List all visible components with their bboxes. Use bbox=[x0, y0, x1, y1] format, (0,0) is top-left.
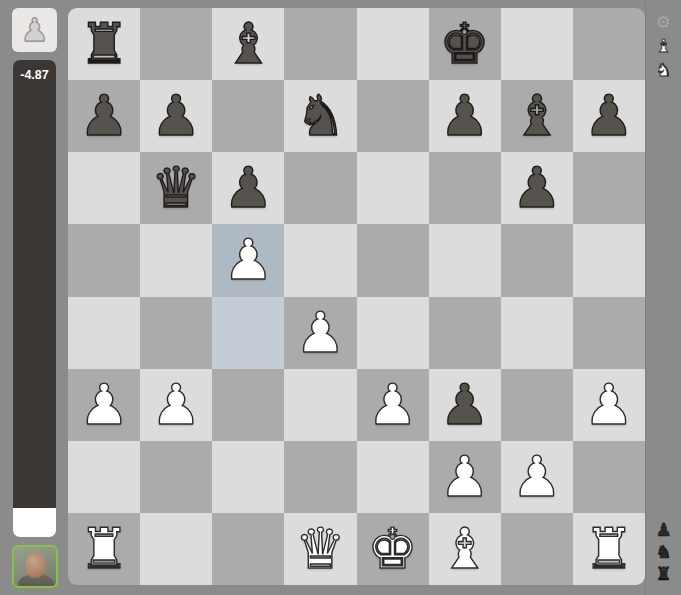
white-rook[interactable]: ♜ bbox=[584, 513, 634, 585]
captured-black-knight-icon: ♞ bbox=[655, 542, 671, 562]
white-pawn[interactable]: ♟ bbox=[584, 369, 634, 441]
gear-icon[interactable]: ⚙ bbox=[656, 12, 671, 32]
square-d5[interactable] bbox=[284, 224, 356, 296]
square-h2[interactable] bbox=[573, 441, 645, 513]
square-f6[interactable] bbox=[429, 152, 501, 224]
square-h4[interactable] bbox=[573, 297, 645, 369]
white-pawn[interactable]: ♟ bbox=[223, 224, 273, 296]
black-pawn[interactable]: ♟ bbox=[440, 369, 490, 441]
avatar-head bbox=[25, 552, 46, 578]
white-pawn[interactable]: ♟ bbox=[151, 369, 201, 441]
square-h1[interactable]: ♜ bbox=[573, 513, 645, 585]
square-e3[interactable]: ♟ bbox=[357, 369, 429, 441]
square-e4[interactable] bbox=[357, 297, 429, 369]
square-h3[interactable]: ♟ bbox=[573, 369, 645, 441]
square-b4[interactable] bbox=[140, 297, 212, 369]
square-c5[interactable]: ♟ bbox=[212, 224, 284, 296]
square-d6[interactable] bbox=[284, 152, 356, 224]
captured-white-knight-icon: ♞ bbox=[655, 60, 671, 80]
square-g7[interactable]: ♝ bbox=[501, 80, 573, 152]
square-e7[interactable] bbox=[357, 80, 429, 152]
square-b6[interactable]: ♛ bbox=[140, 152, 212, 224]
player-avatar[interactable] bbox=[12, 545, 58, 588]
square-f2[interactable]: ♟ bbox=[429, 441, 501, 513]
captured-white-bishop-icon: ♝ bbox=[655, 36, 671, 56]
square-c3[interactable] bbox=[212, 369, 284, 441]
square-g1[interactable] bbox=[501, 513, 573, 585]
square-f8[interactable]: ♚ bbox=[429, 8, 501, 80]
white-pawn[interactable]: ♟ bbox=[512, 441, 562, 513]
captured-white-pieces-tray: ⚙ ♝ ♞ bbox=[655, 12, 671, 80]
turn-indicator[interactable]: ♟ bbox=[12, 8, 57, 52]
square-f3[interactable]: ♟ bbox=[429, 369, 501, 441]
square-g5[interactable] bbox=[501, 224, 573, 296]
square-b3[interactable]: ♟ bbox=[140, 369, 212, 441]
captured-black-pawn-icon: ♟ bbox=[655, 520, 671, 540]
square-c6[interactable]: ♟ bbox=[212, 152, 284, 224]
square-a8[interactable]: ♜ bbox=[68, 8, 140, 80]
square-a7[interactable]: ♟ bbox=[68, 80, 140, 152]
black-bishop[interactable]: ♝ bbox=[223, 8, 273, 80]
square-a3[interactable]: ♟ bbox=[68, 369, 140, 441]
black-pawn[interactable]: ♟ bbox=[223, 152, 273, 224]
square-f1[interactable]: ♝ bbox=[429, 513, 501, 585]
square-e6[interactable] bbox=[357, 152, 429, 224]
square-f7[interactable]: ♟ bbox=[429, 80, 501, 152]
left-rail: ♟ -4.87 bbox=[0, 0, 68, 595]
square-d4[interactable]: ♟ bbox=[284, 297, 356, 369]
white-pawn[interactable]: ♟ bbox=[367, 369, 417, 441]
captured-black-rook-icon: ♜ bbox=[655, 564, 671, 584]
square-h5[interactable] bbox=[573, 224, 645, 296]
evaluation-score: -4.87 bbox=[20, 68, 49, 82]
square-c8[interactable]: ♝ bbox=[212, 8, 284, 80]
square-c4[interactable] bbox=[212, 297, 284, 369]
white-rook[interactable]: ♜ bbox=[79, 513, 129, 585]
square-d3[interactable] bbox=[284, 369, 356, 441]
square-a5[interactable] bbox=[68, 224, 140, 296]
square-d8[interactable] bbox=[284, 8, 356, 80]
evaluation-bar-white-section bbox=[13, 508, 56, 537]
black-king[interactable]: ♚ bbox=[440, 8, 490, 80]
white-king[interactable]: ♚ bbox=[367, 513, 417, 585]
square-h6[interactable] bbox=[573, 152, 645, 224]
white-pawn[interactable]: ♟ bbox=[295, 297, 345, 369]
square-g8[interactable] bbox=[501, 8, 573, 80]
square-f5[interactable] bbox=[429, 224, 501, 296]
white-pawn[interactable]: ♟ bbox=[440, 441, 490, 513]
right-rail: ⚙ ♝ ♞ ♟ ♞ ♜ bbox=[645, 0, 681, 595]
black-knight[interactable]: ♞ bbox=[295, 80, 345, 152]
white-pawn[interactable]: ♟ bbox=[79, 369, 129, 441]
square-a2[interactable] bbox=[68, 441, 140, 513]
square-d1[interactable]: ♛ bbox=[284, 513, 356, 585]
square-b1[interactable] bbox=[140, 513, 212, 585]
square-a6[interactable] bbox=[68, 152, 140, 224]
square-d7[interactable]: ♞ bbox=[284, 80, 356, 152]
black-pawn[interactable]: ♟ bbox=[440, 80, 490, 152]
black-pawn[interactable]: ♟ bbox=[584, 80, 634, 152]
chess-board: ♜♝♚♟♟♞♟♝♟♛♟♟♟♟♟♟♟♟♟♟♟♜♛♚♝♜ bbox=[68, 8, 645, 585]
evaluation-bar-black-section: -4.87 bbox=[13, 60, 56, 508]
square-f4[interactable] bbox=[429, 297, 501, 369]
white-bishop[interactable]: ♝ bbox=[440, 513, 490, 585]
square-h8[interactable] bbox=[573, 8, 645, 80]
white-pawn-icon: ♟ bbox=[20, 8, 49, 52]
square-g2[interactable]: ♟ bbox=[501, 441, 573, 513]
square-b5[interactable] bbox=[140, 224, 212, 296]
white-queen[interactable]: ♛ bbox=[295, 513, 345, 585]
square-g4[interactable] bbox=[501, 297, 573, 369]
square-d2[interactable] bbox=[284, 441, 356, 513]
captured-black-pieces-tray: ♟ ♞ ♜ bbox=[655, 520, 671, 584]
square-h7[interactable]: ♟ bbox=[573, 80, 645, 152]
square-e2[interactable] bbox=[357, 441, 429, 513]
square-c2[interactable] bbox=[212, 441, 284, 513]
evaluation-bar: -4.87 bbox=[13, 60, 56, 537]
square-b8[interactable] bbox=[140, 8, 212, 80]
square-a4[interactable] bbox=[68, 297, 140, 369]
black-pawn[interactable]: ♟ bbox=[79, 80, 129, 152]
square-g3[interactable] bbox=[501, 369, 573, 441]
black-pawn[interactable]: ♟ bbox=[512, 152, 562, 224]
square-g6[interactable]: ♟ bbox=[501, 152, 573, 224]
black-queen[interactable]: ♛ bbox=[151, 152, 201, 224]
black-rook[interactable]: ♜ bbox=[79, 8, 129, 80]
square-b7[interactable]: ♟ bbox=[140, 80, 212, 152]
square-e8[interactable] bbox=[357, 8, 429, 80]
square-c7[interactable] bbox=[212, 80, 284, 152]
square-a1[interactable]: ♜ bbox=[68, 513, 140, 585]
square-e1[interactable]: ♚ bbox=[357, 513, 429, 585]
square-e5[interactable] bbox=[357, 224, 429, 296]
black-pawn[interactable]: ♟ bbox=[151, 80, 201, 152]
square-c1[interactable] bbox=[212, 513, 284, 585]
black-bishop[interactable]: ♝ bbox=[512, 80, 562, 152]
square-b2[interactable] bbox=[140, 441, 212, 513]
